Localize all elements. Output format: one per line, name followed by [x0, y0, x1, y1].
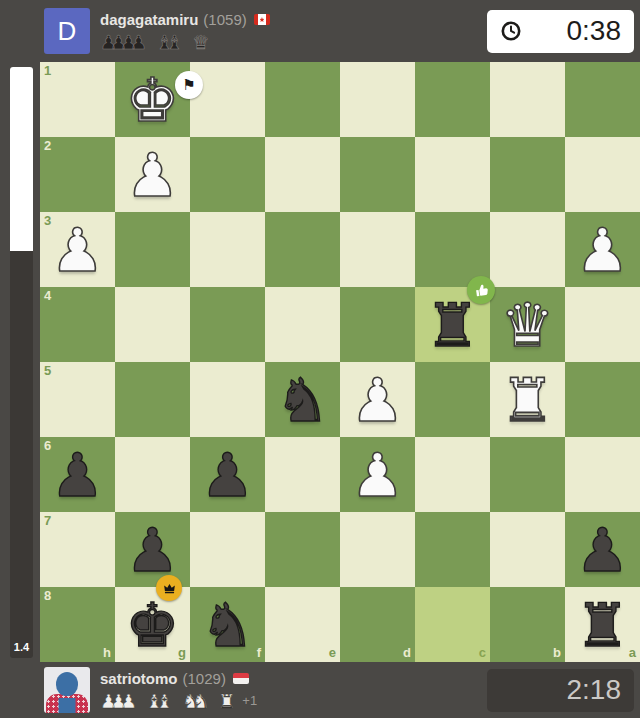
rank-label-6: 6: [44, 439, 51, 453]
square-g7[interactable]: ♟: [115, 512, 190, 587]
square-e4[interactable]: [265, 287, 340, 362]
file-label-a: a: [629, 646, 636, 660]
top-player-rating: (1059): [203, 10, 246, 30]
rank-label-5: 5: [44, 364, 51, 378]
captured-rook-icons: ♜: [218, 690, 235, 712]
file-label-b: b: [553, 646, 561, 660]
square-d2[interactable]: [340, 137, 415, 212]
square-c5[interactable]: [415, 362, 490, 437]
rank-label-3: 3: [44, 214, 51, 228]
captured-pawn-icons: ♟♟♟♟: [100, 31, 147, 53]
square-c6[interactable]: [415, 437, 490, 512]
square-h8[interactable]: 8h: [40, 587, 115, 662]
square-c7[interactable]: [415, 512, 490, 587]
top-player-avatar[interactable]: D: [44, 8, 90, 54]
white-pawn[interactable]: ♟: [340, 437, 415, 512]
rank-label-8: 8: [44, 589, 51, 603]
square-a2[interactable]: [565, 137, 640, 212]
square-b2[interactable]: [490, 137, 565, 212]
square-f3[interactable]: [190, 212, 265, 287]
square-d3[interactable]: [340, 212, 415, 287]
bottom-player-rating: (1029): [183, 669, 226, 689]
square-e2[interactable]: [265, 137, 340, 212]
rank-label-2: 2: [44, 139, 51, 153]
winner-crown-badge-icon: [156, 575, 182, 601]
square-e1[interactable]: [265, 62, 340, 137]
top-avatar-initial: D: [58, 16, 77, 47]
indonesia-flag-icon: [233, 673, 249, 684]
chess-app: D dagagatamiru (1059) ♟♟♟♟♝♝♛ 0:38 1.4: [0, 0, 640, 718]
square-a1[interactable]: [565, 62, 640, 137]
captured-queen-icons: ♛: [192, 31, 209, 53]
canada-flag-icon: [254, 14, 270, 25]
top-player-info: dagagatamiru (1059) ♟♟♟♟♝♝♛: [100, 10, 270, 53]
square-f2[interactable]: [190, 137, 265, 212]
bottom-player-clock: 2:18: [487, 669, 634, 712]
avatar-chest: [59, 698, 76, 713]
square-f6[interactable]: ♟: [190, 437, 265, 512]
square-e7[interactable]: [265, 512, 340, 587]
evaluation-white-section: [10, 67, 33, 251]
square-b4[interactable]: ♛: [490, 287, 565, 362]
captured-bishop-icons: ♝♝: [156, 31, 183, 53]
square-a6[interactable]: [565, 437, 640, 512]
square-a5[interactable]: [565, 362, 640, 437]
flag-badge-icon: ⚑: [175, 71, 203, 99]
square-e3[interactable]: [265, 212, 340, 287]
black-pawn[interactable]: ♟: [565, 512, 640, 587]
white-pawn[interactable]: ♟: [340, 362, 415, 437]
square-f1[interactable]: [190, 62, 265, 137]
file-label-h: h: [103, 646, 111, 660]
captured-pawn-icons: ♟♟♟: [100, 690, 137, 712]
file-label-g: g: [178, 646, 186, 660]
square-g4[interactable]: [115, 287, 190, 362]
square-f8[interactable]: f♞: [190, 587, 265, 662]
clock-icon: [500, 20, 522, 42]
square-d6[interactable]: ♟: [340, 437, 415, 512]
captured-knight-icons: ♞♞: [182, 690, 209, 712]
square-b5[interactable]: ♜: [490, 362, 565, 437]
evaluation-bar: 1.4: [10, 67, 33, 658]
evaluation-value: 1.4: [10, 641, 33, 653]
black-pawn[interactable]: ♟: [190, 437, 265, 512]
top-player-bar: D dagagatamiru (1059) ♟♟♟♟♝♝♛ 0:38: [0, 0, 640, 62]
bottom-player-name: satriotomo: [100, 669, 178, 689]
white-queen[interactable]: ♛: [490, 287, 565, 362]
square-b7[interactable]: [490, 512, 565, 587]
square-a4[interactable]: [565, 287, 640, 362]
captured-bishop-icons: ♝♝: [146, 690, 173, 712]
white-pawn[interactable]: ♟: [565, 212, 640, 287]
square-c2[interactable]: [415, 137, 490, 212]
white-rook[interactable]: ♜: [490, 362, 565, 437]
bottom-player-info: satriotomo (1029) ♟♟♟♝♝♞♞♜+1: [100, 669, 257, 712]
square-g2[interactable]: ♟: [115, 137, 190, 212]
square-g6[interactable]: [115, 437, 190, 512]
square-g3[interactable]: [115, 212, 190, 287]
square-c8[interactable]: c: [415, 587, 490, 662]
black-pawn[interactable]: ♟: [115, 512, 190, 587]
square-g1[interactable]: ♚: [115, 62, 190, 137]
chess-board: 1♚2♟3♟♟4♜♛5♞♟♜6♟♟♟7♟♟8hg♚f♞edcba♜⚑: [40, 62, 640, 662]
square-d5[interactable]: ♟: [340, 362, 415, 437]
file-label-d: d: [403, 646, 411, 660]
square-c1[interactable]: [415, 62, 490, 137]
square-f4[interactable]: [190, 287, 265, 362]
bottom-player-avatar[interactable]: [44, 667, 90, 713]
bottom-clock-time: 2:18: [567, 674, 622, 706]
square-d7[interactable]: [340, 512, 415, 587]
square-d8[interactable]: d: [340, 587, 415, 662]
top-player-clock: 0:38: [487, 10, 634, 53]
top-clock-time: 0:38: [567, 15, 622, 47]
square-b8[interactable]: b: [490, 587, 565, 662]
square-d1[interactable]: [340, 62, 415, 137]
square-a7[interactable]: ♟: [565, 512, 640, 587]
material-advantage: +1: [242, 693, 257, 708]
square-e6[interactable]: [265, 437, 340, 512]
square-e8[interactable]: e: [265, 587, 340, 662]
black-knight[interactable]: ♞: [190, 587, 265, 662]
black-pawn[interactable]: ♟: [40, 437, 115, 512]
square-h5[interactable]: 5: [40, 362, 115, 437]
square-h1[interactable]: 1: [40, 62, 115, 137]
file-label-c: c: [479, 646, 486, 660]
white-pawn[interactable]: ♟: [115, 137, 190, 212]
square-g8[interactable]: g♚: [115, 587, 190, 662]
square-h2[interactable]: 2: [40, 137, 115, 212]
rank-label-1: 1: [44, 64, 51, 78]
square-f7[interactable]: [190, 512, 265, 587]
square-h6[interactable]: 6♟: [40, 437, 115, 512]
square-d4[interactable]: [340, 287, 415, 362]
square-f5[interactable]: [190, 362, 265, 437]
square-e5[interactable]: ♞: [265, 362, 340, 437]
square-a3[interactable]: ♟: [565, 212, 640, 287]
thumbs-up-badge-icon: [467, 276, 495, 304]
square-h3[interactable]: 3♟: [40, 212, 115, 287]
square-h7[interactable]: 7: [40, 512, 115, 587]
square-a8[interactable]: a♜: [565, 587, 640, 662]
white-king[interactable]: ♚: [115, 62, 190, 137]
bottom-captured-pieces: ♟♟♟♝♝♞♞♜+1: [100, 690, 257, 712]
rank-label-4: 4: [44, 289, 51, 303]
rank-label-7: 7: [44, 514, 51, 528]
square-b3[interactable]: [490, 212, 565, 287]
white-pawn[interactable]: ♟: [40, 212, 115, 287]
top-player-name: dagagatamiru: [100, 10, 198, 30]
square-b6[interactable]: [490, 437, 565, 512]
board-area: 1.4 1♚2♟3♟♟4♜♛5♞♟♜6♟♟♟7♟♟8hg♚f♞edcba♜⚑: [0, 62, 640, 662]
file-label-e: e: [329, 646, 336, 660]
bottom-player-bar: satriotomo (1029) ♟♟♟♝♝♞♞♜+1 2:18: [0, 662, 640, 718]
avatar-head: [56, 672, 78, 696]
square-h4[interactable]: 4: [40, 287, 115, 362]
top-captured-pieces: ♟♟♟♟♝♝♛: [100, 31, 270, 53]
file-label-f: f: [257, 646, 261, 660]
black-knight[interactable]: ♞: [265, 362, 340, 437]
square-g5[interactable]: [115, 362, 190, 437]
square-b1[interactable]: [490, 62, 565, 137]
